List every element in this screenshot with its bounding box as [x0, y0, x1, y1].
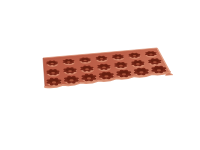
cavity-center-highlight: [100, 58, 103, 59]
cavity-center-highlight: [133, 55, 136, 56]
cavity-center-highlight: [83, 60, 86, 61]
cavity-center-highlight: [69, 79, 73, 81]
cavity-center-highlight: [149, 53, 152, 54]
cavity-center-highlight: [136, 63, 140, 65]
cavity-center-highlight: [87, 77, 91, 79]
cavity-center-highlight: [51, 63, 54, 64]
cavity-center-highlight: [139, 71, 143, 73]
cavity-center-highlight: [116, 57, 119, 58]
cavity-center-highlight: [153, 61, 157, 63]
cavity-center-highlight: [104, 75, 108, 77]
cavity-center-highlight: [51, 72, 55, 74]
cavity-center-highlight: [52, 81, 56, 83]
cavity-center-highlight: [122, 73, 126, 75]
product-photo: [0, 0, 200, 150]
cavity-center-highlight: [102, 67, 106, 69]
cavity-center-highlight: [85, 68, 89, 70]
silicone-mold-photo: [0, 0, 200, 150]
cavity-center-highlight: [119, 65, 123, 67]
cavity-center-highlight: [68, 70, 72, 72]
cavity-center-highlight: [157, 69, 161, 71]
cavity-center-highlight: [67, 61, 70, 62]
